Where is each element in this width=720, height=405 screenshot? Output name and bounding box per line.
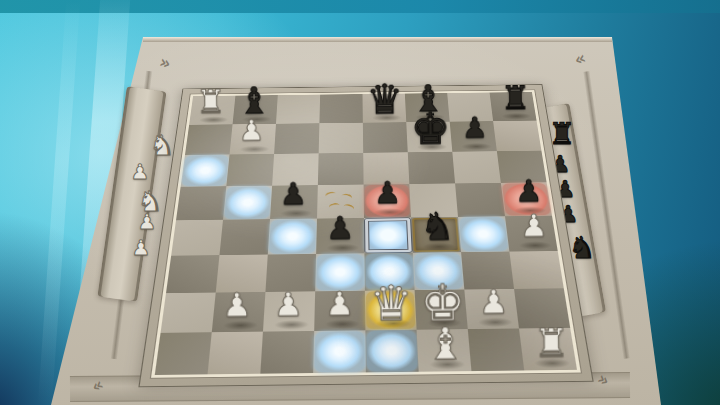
square-d7[interactable] — [319, 123, 364, 154]
board-scene: ♜♝♛♝♜♟♚♟♟♟♟♟♞♟♟♟♟♛♚♟♝♜ — [0, 0, 720, 405]
hint-feather-mark — [324, 191, 337, 200]
square-a5[interactable] — [176, 186, 226, 220]
piece-white-pawn-c2[interactable]: ♟ — [259, 276, 316, 333]
square-c1[interactable] — [260, 331, 314, 374]
square-g6[interactable] — [452, 151, 501, 183]
piece-white-pawn-d2[interactable]: ♟ — [311, 275, 368, 332]
square-d8[interactable] — [319, 94, 362, 123]
piece-white-pawn-h4[interactable]: ♟ — [507, 199, 561, 253]
square-d6[interactable] — [318, 153, 364, 185]
square-c7[interactable] — [274, 123, 319, 154]
app-window: { "game": { "name": "chess", "view": "3d… — [0, 0, 720, 405]
square-a7[interactable] — [185, 124, 233, 155]
piece-white-rook-h1[interactable]: ♜ — [521, 313, 580, 372]
square-f6[interactable] — [408, 152, 455, 184]
square-d1[interactable] — [313, 330, 366, 373]
square-a2[interactable] — [161, 293, 216, 333]
square-c4[interactable] — [268, 219, 317, 255]
square-g8[interactable] — [447, 93, 493, 122]
square-e7[interactable] — [363, 122, 408, 153]
square-b1[interactable] — [208, 332, 263, 375]
square-g1[interactable] — [468, 328, 524, 371]
piece-black-pawn-e5[interactable]: ♟ — [361, 167, 414, 220]
hover-frame — [365, 218, 412, 252]
square-b5[interactable] — [223, 186, 272, 220]
piece-black-pawn-c5[interactable]: ♟ — [267, 168, 320, 221]
square-a6[interactable] — [181, 154, 230, 186]
chess-board[interactable]: ♜♝♛♝♜♟♚♟♟♟♟♟♞♟♟♟♟♛♚♟♝♜ — [140, 85, 593, 387]
square-b4[interactable] — [219, 219, 270, 255]
piece-white-pawn-b2[interactable]: ♟ — [208, 277, 265, 334]
piece-white-bishop-f1[interactable]: ♝ — [415, 315, 474, 374]
square-a1[interactable] — [155, 332, 212, 375]
square-g4[interactable] — [458, 216, 509, 252]
piece-black-pawn-d4[interactable]: ♟ — [313, 201, 367, 255]
square-a4[interactable] — [171, 220, 223, 256]
square-h7[interactable] — [493, 121, 541, 152]
square-e4[interactable] — [364, 217, 413, 253]
square-c8[interactable] — [276, 95, 320, 124]
piece-black-knight-f4[interactable]: ♞ — [410, 200, 464, 254]
square-e1[interactable] — [365, 330, 418, 373]
piece-white-queen-e2[interactable]: ♛ — [362, 275, 419, 332]
hint-feather-mark — [340, 193, 353, 202]
